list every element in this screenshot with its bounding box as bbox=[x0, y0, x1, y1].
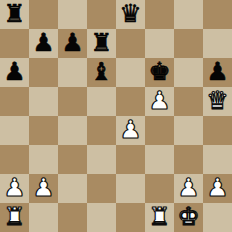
square-e3[interactable] bbox=[116, 145, 145, 174]
square-f5[interactable]: ♟ bbox=[145, 87, 174, 116]
black-pawn-piece: ♟ bbox=[3, 58, 25, 86]
square-c2[interactable] bbox=[58, 174, 87, 203]
square-f3[interactable] bbox=[145, 145, 174, 174]
square-h8[interactable] bbox=[203, 0, 232, 29]
white-pawn-piece: ♟ bbox=[177, 174, 199, 202]
square-f1[interactable]: ♜ bbox=[145, 203, 174, 232]
black-bishop-piece: ♝ bbox=[90, 58, 112, 86]
square-a1[interactable]: ♜ bbox=[0, 203, 29, 232]
white-pawn-piece: ♟ bbox=[148, 87, 170, 115]
white-pawn-piece: ♟ bbox=[206, 174, 228, 202]
white-queen-piece: ♛ bbox=[206, 87, 228, 115]
square-b6[interactable] bbox=[29, 58, 58, 87]
square-e2[interactable] bbox=[116, 174, 145, 203]
square-a2[interactable]: ♟ bbox=[0, 174, 29, 203]
square-h2[interactable]: ♟ bbox=[203, 174, 232, 203]
square-h5[interactable]: ♛ bbox=[203, 87, 232, 116]
square-b8[interactable] bbox=[29, 0, 58, 29]
square-h3[interactable] bbox=[203, 145, 232, 174]
square-g3[interactable] bbox=[174, 145, 203, 174]
square-f2[interactable] bbox=[145, 174, 174, 203]
square-a7[interactable] bbox=[0, 29, 29, 58]
square-c3[interactable] bbox=[58, 145, 87, 174]
square-e1[interactable] bbox=[116, 203, 145, 232]
square-e4[interactable]: ♟ bbox=[116, 116, 145, 145]
white-pawn-piece: ♟ bbox=[32, 174, 54, 202]
square-d8[interactable] bbox=[87, 0, 116, 29]
square-b4[interactable] bbox=[29, 116, 58, 145]
white-king-piece: ♚ bbox=[177, 203, 199, 231]
square-b3[interactable] bbox=[29, 145, 58, 174]
square-f8[interactable] bbox=[145, 0, 174, 29]
black-rook-piece: ♜ bbox=[3, 0, 25, 28]
black-king-piece: ♚ bbox=[148, 58, 170, 86]
square-e8[interactable]: ♛ bbox=[116, 0, 145, 29]
black-pawn-piece: ♟ bbox=[61, 29, 83, 57]
square-f7[interactable] bbox=[145, 29, 174, 58]
square-c1[interactable] bbox=[58, 203, 87, 232]
square-a8[interactable]: ♜ bbox=[0, 0, 29, 29]
square-g7[interactable] bbox=[174, 29, 203, 58]
square-a6[interactable]: ♟ bbox=[0, 58, 29, 87]
square-d7[interactable]: ♜ bbox=[87, 29, 116, 58]
square-d1[interactable] bbox=[87, 203, 116, 232]
white-rook-piece: ♜ bbox=[148, 203, 170, 231]
square-c4[interactable] bbox=[58, 116, 87, 145]
square-b7[interactable]: ♟ bbox=[29, 29, 58, 58]
square-f4[interactable] bbox=[145, 116, 174, 145]
square-a5[interactable] bbox=[0, 87, 29, 116]
square-h1[interactable] bbox=[203, 203, 232, 232]
square-d4[interactable] bbox=[87, 116, 116, 145]
square-h7[interactable] bbox=[203, 29, 232, 58]
square-h6[interactable]: ♟ bbox=[203, 58, 232, 87]
black-rook-piece: ♜ bbox=[90, 29, 112, 57]
square-d3[interactable] bbox=[87, 145, 116, 174]
square-b2[interactable]: ♟ bbox=[29, 174, 58, 203]
square-b1[interactable] bbox=[29, 203, 58, 232]
square-g5[interactable] bbox=[174, 87, 203, 116]
chess-board: ♜♛♟♟♜♟♝♚♟♟♛♟♟♟♟♟♜♜♚ bbox=[0, 0, 232, 232]
square-a3[interactable] bbox=[0, 145, 29, 174]
square-g2[interactable]: ♟ bbox=[174, 174, 203, 203]
square-c8[interactable] bbox=[58, 0, 87, 29]
square-c6[interactable] bbox=[58, 58, 87, 87]
square-h4[interactable] bbox=[203, 116, 232, 145]
square-g4[interactable] bbox=[174, 116, 203, 145]
square-b5[interactable] bbox=[29, 87, 58, 116]
white-pawn-piece: ♟ bbox=[3, 174, 25, 202]
black-pawn-piece: ♟ bbox=[206, 58, 228, 86]
square-d2[interactable] bbox=[87, 174, 116, 203]
black-pawn-piece: ♟ bbox=[32, 29, 54, 57]
square-e5[interactable] bbox=[116, 87, 145, 116]
white-rook-piece: ♜ bbox=[3, 203, 25, 231]
square-g8[interactable] bbox=[174, 0, 203, 29]
square-f6[interactable]: ♚ bbox=[145, 58, 174, 87]
square-g1[interactable]: ♚ bbox=[174, 203, 203, 232]
square-g6[interactable] bbox=[174, 58, 203, 87]
square-d6[interactable]: ♝ bbox=[87, 58, 116, 87]
square-a4[interactable] bbox=[0, 116, 29, 145]
square-e7[interactable] bbox=[116, 29, 145, 58]
white-pawn-piece: ♟ bbox=[119, 116, 141, 144]
square-c7[interactable]: ♟ bbox=[58, 29, 87, 58]
black-queen-piece: ♛ bbox=[119, 0, 141, 28]
square-d5[interactable] bbox=[87, 87, 116, 116]
square-e6[interactable] bbox=[116, 58, 145, 87]
square-c5[interactable] bbox=[58, 87, 87, 116]
